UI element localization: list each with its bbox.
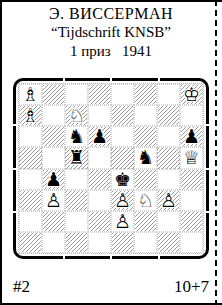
square-a1 (19, 232, 42, 253)
square-g7 (157, 105, 180, 126)
square-g3: ♟♙ (157, 190, 180, 211)
square-a7: ♝♗ (19, 105, 42, 126)
piece-wP-b3: ♙ (42, 190, 65, 211)
square-f8 (134, 84, 157, 105)
square-a5 (19, 147, 42, 168)
material-count: 10+7 (174, 277, 209, 297)
square-d6: ♟♟ (88, 126, 111, 147)
problem-caption: #2 10+7 (13, 277, 209, 297)
square-a4 (19, 169, 42, 190)
square-d3 (88, 190, 111, 211)
source-name: “Tijdschrift KNSB” (0, 23, 222, 42)
square-g8 (157, 84, 180, 105)
square-b1 (42, 232, 65, 253)
square-b3: ♟♙ (42, 190, 65, 211)
square-c8 (65, 84, 88, 105)
piece-wP-e3: ♙ (111, 190, 134, 211)
square-h8: ♚♔ (180, 84, 203, 105)
page-border-top (0, 0, 222, 2)
square-e8 (111, 84, 134, 105)
board-border-tick (110, 77, 112, 82)
chess-board: ♝♗♚♔♝♗♞♘♞♞♟♟♟♟♜♜♞♞♛♕♟♟♚♚♟♙♟♙♞♘♟♙♟♙ (13, 78, 209, 259)
square-f2 (134, 211, 157, 232)
square-h4 (180, 169, 203, 190)
square-c4 (65, 169, 88, 190)
square-a6 (19, 126, 42, 147)
square-e7 (111, 105, 134, 126)
square-e4: ♚♚ (111, 169, 134, 190)
square-d1 (88, 232, 111, 253)
square-f4 (134, 169, 157, 190)
square-g5 (157, 147, 180, 168)
square-d4 (88, 169, 111, 190)
square-b2 (42, 211, 65, 232)
author-name: Э. ВИССЕРМАН (0, 4, 222, 23)
board-border-tick (63, 77, 65, 82)
piece-bP-h6: ♟ (180, 126, 203, 147)
piece-wQ-h5: ♕ (180, 147, 203, 168)
piece-wN-f3: ♘ (134, 190, 157, 211)
square-c5: ♜♜ (65, 147, 88, 168)
board-grid: ♝♗♚♔♝♗♞♘♞♞♟♟♟♟♜♜♞♞♛♕♟♟♚♚♟♙♟♙♞♘♟♙♟♙ (18, 83, 204, 254)
square-h3 (180, 190, 203, 211)
square-b5 (42, 147, 65, 168)
piece-bK-e4: ♚ (111, 169, 134, 190)
square-g1 (157, 232, 180, 253)
square-h5: ♛♕ (180, 147, 203, 168)
square-d5 (88, 147, 111, 168)
board-border-tick (205, 168, 210, 170)
square-d7 (88, 105, 111, 126)
square-f5: ♞♞ (134, 147, 157, 168)
square-b4: ♟♟ (42, 169, 65, 190)
square-b8 (42, 84, 65, 105)
board-border-tick (205, 124, 210, 126)
piece-bP-b4: ♟ (42, 169, 65, 190)
square-d2 (88, 211, 111, 232)
square-e5 (111, 147, 134, 168)
square-c6: ♞♞ (65, 126, 88, 147)
square-e6 (111, 126, 134, 147)
problem-header: Э. ВИССЕРМАН “Tijdschrift KNSB” 1 приз 1… (0, 4, 222, 61)
piece-wK-h8: ♔ (180, 84, 203, 105)
square-c7: ♞♘ (65, 105, 88, 126)
board-border-tick (110, 255, 112, 260)
square-e3: ♟♙ (111, 190, 134, 211)
square-f1 (134, 232, 157, 253)
square-e2: ♟♙ (111, 211, 134, 232)
board-border-tick (63, 255, 65, 260)
board-border-tick (12, 211, 17, 213)
piece-bP-d6: ♟ (88, 126, 111, 147)
board-border-tick (158, 255, 160, 260)
square-h7 (180, 105, 203, 126)
board-border-tick (158, 77, 160, 82)
square-g4 (157, 169, 180, 190)
square-f6 (134, 126, 157, 147)
square-e1 (111, 232, 134, 253)
square-c2 (65, 211, 88, 232)
piece-wN-c7: ♘ (65, 105, 88, 126)
page: Э. ВИССЕРМАН “Tijdschrift KNSB” 1 приз 1… (0, 0, 222, 305)
square-a8: ♝♗ (19, 84, 42, 105)
board-border-tick (205, 211, 210, 213)
square-g6 (157, 126, 180, 147)
square-b6 (42, 126, 65, 147)
square-f7 (134, 105, 157, 126)
piece-wB-a7: ♗ (19, 105, 42, 126)
piece-bN-f5: ♞ (134, 147, 157, 168)
board-border-tick (12, 168, 17, 170)
square-a2 (19, 211, 42, 232)
award-year: 1 приз 1941 (0, 42, 222, 61)
square-c3 (65, 190, 88, 211)
square-h6: ♟♟ (180, 126, 203, 147)
square-f3: ♞♘ (134, 190, 157, 211)
piece-wP-e2: ♙ (111, 211, 134, 232)
square-h2 (180, 211, 203, 232)
square-g2 (157, 211, 180, 232)
square-h1 (180, 232, 203, 253)
stipulation-mate-in-2: #2 (13, 277, 30, 297)
piece-wP-g3: ♙ (157, 190, 180, 211)
piece-bN-c6: ♞ (65, 126, 88, 147)
square-a3 (19, 190, 42, 211)
square-c1 (65, 232, 88, 253)
piece-wB-a8: ♗ (19, 84, 42, 105)
board-border-tick (12, 124, 17, 126)
piece-bR-c5: ♜ (65, 147, 88, 168)
square-b7 (42, 105, 65, 126)
square-d8 (88, 84, 111, 105)
